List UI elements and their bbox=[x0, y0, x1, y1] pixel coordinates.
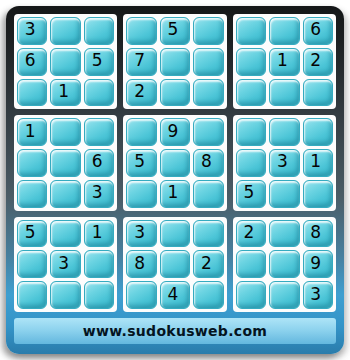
cell-r4c5[interactable]: 9 bbox=[160, 118, 190, 146]
given-digit: 6 bbox=[25, 52, 36, 69]
given-digit: 1 bbox=[58, 83, 69, 100]
cell-r7c6[interactable] bbox=[193, 220, 223, 248]
given-digit: 2 bbox=[134, 83, 145, 100]
cell-r4c4[interactable] bbox=[126, 118, 156, 146]
box-3-1: 513 bbox=[14, 217, 117, 312]
cell-r7c8[interactable] bbox=[269, 220, 299, 248]
box-1-2: 572 bbox=[123, 14, 226, 109]
cell-r8c3[interactable] bbox=[84, 250, 114, 278]
cell-r1c2[interactable] bbox=[50, 17, 80, 45]
box-1-1: 3651 bbox=[14, 14, 117, 109]
cell-r7c3[interactable]: 1 bbox=[84, 220, 114, 248]
cell-r8c5[interactable] bbox=[160, 250, 190, 278]
given-digit: 1 bbox=[277, 52, 288, 69]
cell-r2c5[interactable] bbox=[160, 48, 190, 76]
cell-r6c6[interactable] bbox=[193, 180, 223, 208]
given-digit: 8 bbox=[134, 255, 145, 272]
cell-r9c9[interactable]: 3 bbox=[303, 281, 333, 309]
given-digit: 9 bbox=[310, 255, 321, 272]
cell-r4c2[interactable] bbox=[50, 118, 80, 146]
cell-r4c3[interactable] bbox=[84, 118, 114, 146]
given-digit: 1 bbox=[92, 224, 103, 241]
given-digit: 2 bbox=[310, 52, 321, 69]
cell-r5c6[interactable]: 8 bbox=[193, 149, 223, 177]
cell-r1c8[interactable] bbox=[269, 17, 299, 45]
cell-r3c9[interactable] bbox=[303, 79, 333, 107]
box-3-3: 2893 bbox=[233, 217, 336, 312]
cell-r1c1[interactable]: 3 bbox=[17, 17, 47, 45]
given-digit: 9 bbox=[168, 123, 179, 140]
given-digit: 5 bbox=[134, 153, 145, 170]
cell-r3c3[interactable] bbox=[84, 79, 114, 107]
cell-r6c9[interactable] bbox=[303, 180, 333, 208]
given-digit: 7 bbox=[134, 52, 145, 69]
cell-r3c8[interactable] bbox=[269, 79, 299, 107]
box-2-3: 315 bbox=[233, 115, 336, 210]
cell-r8c9[interactable]: 9 bbox=[303, 250, 333, 278]
cell-r8c7[interactable] bbox=[236, 250, 266, 278]
given-digit: 5 bbox=[243, 184, 254, 201]
cell-r5c2[interactable] bbox=[50, 149, 80, 177]
cell-r5c7[interactable] bbox=[236, 149, 266, 177]
cell-r9c6[interactable] bbox=[193, 281, 223, 309]
given-digit: 2 bbox=[243, 224, 254, 241]
cell-r6c4[interactable] bbox=[126, 180, 156, 208]
box-2-1: 163 bbox=[14, 115, 117, 210]
cell-r6c1[interactable] bbox=[17, 180, 47, 208]
cell-r1c7[interactable] bbox=[236, 17, 266, 45]
cell-r8c4[interactable]: 8 bbox=[126, 250, 156, 278]
cell-r2c7[interactable] bbox=[236, 48, 266, 76]
cell-r3c1[interactable] bbox=[17, 79, 47, 107]
given-digit: 3 bbox=[310, 286, 321, 303]
cell-r7c7[interactable]: 2 bbox=[236, 220, 266, 248]
cell-r9c1[interactable] bbox=[17, 281, 47, 309]
box-3-2: 3824 bbox=[123, 217, 226, 312]
cell-r1c3[interactable] bbox=[84, 17, 114, 45]
cell-r1c9[interactable]: 6 bbox=[303, 17, 333, 45]
cell-r7c2[interactable] bbox=[50, 220, 80, 248]
cell-r9c5[interactable]: 4 bbox=[160, 281, 190, 309]
sudoku-board-frame: 3651572612163958131551338242893 www.sudo… bbox=[6, 6, 344, 354]
cell-r3c7[interactable] bbox=[236, 79, 266, 107]
cell-r4c6[interactable] bbox=[193, 118, 223, 146]
footer-band: www.sudokusweb.com bbox=[14, 318, 336, 344]
cell-r5c1[interactable] bbox=[17, 149, 47, 177]
given-digit: 4 bbox=[168, 286, 179, 303]
cell-r2c4[interactable]: 7 bbox=[126, 48, 156, 76]
given-digit: 3 bbox=[25, 21, 36, 38]
sudoku-grid: 3651572612163958131551338242893 bbox=[14, 14, 336, 312]
given-digit: 5 bbox=[168, 21, 179, 38]
cell-r6c2[interactable] bbox=[50, 180, 80, 208]
cell-r1c6[interactable] bbox=[193, 17, 223, 45]
website-link[interactable]: www.sudokusweb.com bbox=[83, 323, 267, 339]
given-digit: 8 bbox=[201, 153, 212, 170]
given-digit: 5 bbox=[25, 224, 36, 241]
cell-r3c6[interactable] bbox=[193, 79, 223, 107]
cell-r2c2[interactable] bbox=[50, 48, 80, 76]
given-digit: 3 bbox=[92, 184, 103, 201]
given-digit: 6 bbox=[92, 153, 103, 170]
given-digit: 3 bbox=[134, 224, 145, 241]
given-digit: 1 bbox=[168, 184, 179, 201]
cell-r9c2[interactable] bbox=[50, 281, 80, 309]
given-digit: 1 bbox=[310, 153, 321, 170]
cell-r5c3[interactable]: 6 bbox=[84, 149, 114, 177]
cell-r5c5[interactable] bbox=[160, 149, 190, 177]
box-1-3: 612 bbox=[233, 14, 336, 109]
cell-r2c9[interactable]: 2 bbox=[303, 48, 333, 76]
cell-r7c5[interactable] bbox=[160, 220, 190, 248]
cell-r7c1[interactable]: 5 bbox=[17, 220, 47, 248]
cell-r2c3[interactable]: 5 bbox=[84, 48, 114, 76]
given-digit: 2 bbox=[201, 255, 212, 272]
cell-r3c5[interactable] bbox=[160, 79, 190, 107]
cell-r3c2[interactable]: 1 bbox=[50, 79, 80, 107]
given-digit: 3 bbox=[58, 255, 69, 272]
cell-r7c9[interactable]: 8 bbox=[303, 220, 333, 248]
given-digit: 5 bbox=[92, 52, 103, 69]
cell-r5c9[interactable]: 1 bbox=[303, 149, 333, 177]
cell-r4c1[interactable]: 1 bbox=[17, 118, 47, 146]
cell-r8c6[interactable]: 2 bbox=[193, 250, 223, 278]
cell-r9c8[interactable] bbox=[269, 281, 299, 309]
cell-r8c2[interactable]: 3 bbox=[50, 250, 80, 278]
cell-r6c3[interactable]: 3 bbox=[84, 180, 114, 208]
cell-r1c4[interactable] bbox=[126, 17, 156, 45]
cell-r9c7[interactable] bbox=[236, 281, 266, 309]
given-digit: 8 bbox=[310, 224, 321, 241]
cell-r3c4[interactable]: 2 bbox=[126, 79, 156, 107]
cell-r5c8[interactable]: 3 bbox=[269, 149, 299, 177]
given-digit: 6 bbox=[310, 21, 321, 38]
cell-r2c8[interactable]: 1 bbox=[269, 48, 299, 76]
cell-r8c8[interactable] bbox=[269, 250, 299, 278]
cell-r8c1[interactable] bbox=[17, 250, 47, 278]
cell-r6c8[interactable] bbox=[269, 180, 299, 208]
cell-r1c5[interactable]: 5 bbox=[160, 17, 190, 45]
cell-r6c5[interactable]: 1 bbox=[160, 180, 190, 208]
cell-r4c7[interactable] bbox=[236, 118, 266, 146]
cell-r6c7[interactable]: 5 bbox=[236, 180, 266, 208]
box-2-2: 9581 bbox=[123, 115, 226, 210]
cell-r9c4[interactable] bbox=[126, 281, 156, 309]
cell-r4c8[interactable] bbox=[269, 118, 299, 146]
cell-r2c1[interactable]: 6 bbox=[17, 48, 47, 76]
cell-r7c4[interactable]: 3 bbox=[126, 220, 156, 248]
sudoku-page: 3651572612163958131551338242893 www.sudo… bbox=[0, 0, 350, 360]
cell-r2c6[interactable] bbox=[193, 48, 223, 76]
cell-r9c3[interactable] bbox=[84, 281, 114, 309]
given-digit: 1 bbox=[25, 123, 36, 140]
cell-r5c4[interactable]: 5 bbox=[126, 149, 156, 177]
given-digit: 3 bbox=[277, 153, 288, 170]
cell-r4c9[interactable] bbox=[303, 118, 333, 146]
